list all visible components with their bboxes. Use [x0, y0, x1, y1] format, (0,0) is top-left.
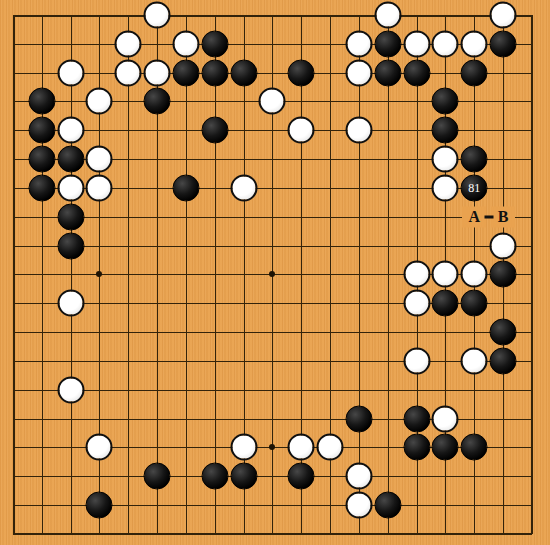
black-stone — [490, 347, 517, 374]
grid-line-horizontal — [13, 476, 532, 477]
grid-line-horizontal — [13, 390, 532, 391]
point-label-B: B — [491, 206, 515, 227]
black-stone — [57, 203, 84, 230]
black-stone — [403, 405, 430, 432]
grid-line-horizontal — [13, 332, 532, 333]
white-stone — [172, 30, 199, 57]
board-grid: 81AB — [13, 15, 532, 534]
black-stone — [432, 88, 459, 115]
white-stone — [345, 59, 372, 86]
white-stone — [57, 376, 84, 403]
black-stone — [28, 88, 55, 115]
white-stone — [317, 434, 344, 461]
black-stone — [230, 59, 257, 86]
grid-line-vertical — [388, 15, 389, 534]
black-stone — [201, 30, 228, 57]
black-stone — [490, 261, 517, 288]
grid-line-vertical — [531, 15, 533, 534]
black-stone — [461, 434, 488, 461]
black-stone — [201, 117, 228, 144]
white-stone — [461, 347, 488, 374]
black-stone — [172, 59, 199, 86]
white-stone — [403, 261, 430, 288]
black-stone — [432, 434, 459, 461]
black-stone — [432, 290, 459, 317]
black-stone — [28, 117, 55, 144]
white-stone — [230, 434, 257, 461]
black-stone — [28, 146, 55, 173]
white-stone — [57, 174, 84, 201]
black-stone — [461, 59, 488, 86]
white-stone — [432, 174, 459, 201]
white-stone — [86, 88, 113, 115]
white-stone — [345, 463, 372, 490]
white-stone — [432, 146, 459, 173]
white-stone — [86, 174, 113, 201]
white-stone — [403, 290, 430, 317]
black-stone — [432, 117, 459, 144]
white-stone — [144, 59, 171, 86]
star-point — [269, 444, 275, 450]
black-stone — [288, 59, 315, 86]
black-stone — [57, 232, 84, 259]
star-point — [269, 271, 275, 277]
black-stone — [288, 463, 315, 490]
white-stone — [57, 290, 84, 317]
white-stone — [144, 2, 171, 29]
black-stone — [28, 174, 55, 201]
white-stone — [345, 492, 372, 519]
grid-line-vertical — [359, 15, 360, 534]
white-stone — [86, 146, 113, 173]
grid-line-horizontal — [13, 533, 532, 535]
white-stone — [432, 30, 459, 57]
black-stone — [86, 492, 113, 519]
white-stone — [230, 174, 257, 201]
white-stone — [490, 232, 517, 259]
black-stone — [490, 30, 517, 57]
white-stone — [490, 2, 517, 29]
white-stone — [461, 30, 488, 57]
black-stone — [403, 59, 430, 86]
white-stone — [345, 117, 372, 144]
black-stone — [172, 174, 199, 201]
white-stone — [403, 347, 430, 374]
go-diagram: 81AB — [0, 0, 550, 545]
grid-line-horizontal — [13, 361, 532, 362]
white-stone — [374, 2, 401, 29]
white-stone — [345, 30, 372, 57]
black-stone — [374, 492, 401, 519]
white-stone — [57, 117, 84, 144]
black-stone — [403, 434, 430, 461]
black-stone — [144, 463, 171, 490]
black-stone — [201, 463, 228, 490]
black-stone-move-81: 81 — [461, 174, 488, 201]
black-stone — [345, 405, 372, 432]
black-stone — [490, 319, 517, 346]
move-number-label: 81 — [468, 182, 480, 194]
white-stone — [259, 88, 286, 115]
white-stone — [86, 434, 113, 461]
black-stone — [144, 88, 171, 115]
black-stone — [461, 290, 488, 317]
black-stone — [374, 59, 401, 86]
label-separator-dash — [484, 215, 493, 218]
white-stone — [57, 59, 84, 86]
white-stone — [115, 59, 142, 86]
black-stone — [57, 146, 84, 173]
white-stone — [288, 117, 315, 144]
go-board[interactable]: 81AB — [0, 0, 550, 545]
point-label-A: A — [462, 206, 486, 227]
white-stone — [403, 30, 430, 57]
white-stone — [461, 261, 488, 288]
black-stone — [230, 463, 257, 490]
black-stone — [201, 59, 228, 86]
white-stone — [288, 434, 315, 461]
black-stone — [461, 146, 488, 173]
star-point — [96, 271, 102, 277]
white-stone — [432, 405, 459, 432]
black-stone — [374, 30, 401, 57]
white-stone — [432, 261, 459, 288]
white-stone — [115, 30, 142, 57]
